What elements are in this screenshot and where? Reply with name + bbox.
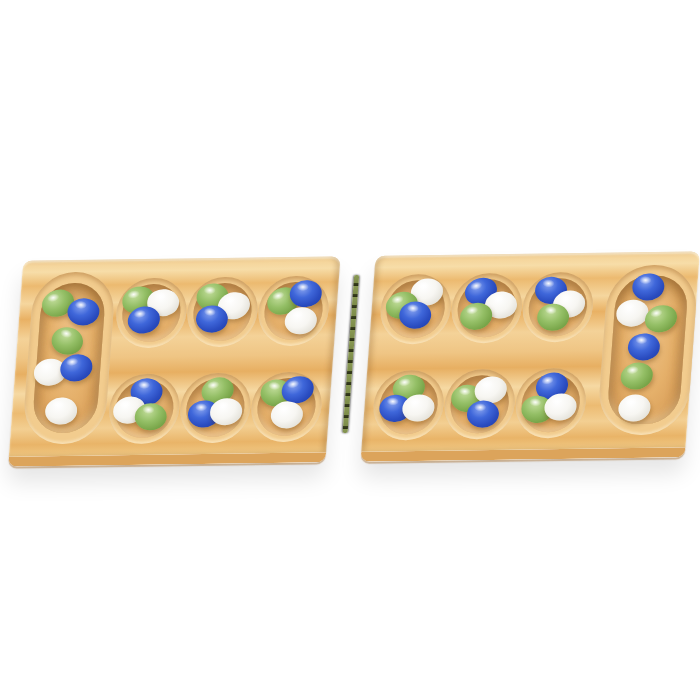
pit-top-6 bbox=[520, 272, 595, 343]
photo-stage bbox=[0, 0, 700, 700]
board-half-left bbox=[8, 256, 340, 466]
pit-bottom-4 bbox=[371, 370, 446, 441]
board-half-right-pit-grid bbox=[371, 272, 595, 441]
pit-bottom-5 bbox=[442, 369, 517, 440]
pit-top-5 bbox=[449, 273, 524, 344]
pit-bottom-2 bbox=[178, 372, 253, 443]
store-right bbox=[596, 264, 699, 435]
pit-top-1 bbox=[114, 277, 189, 348]
pit-bottom-1 bbox=[107, 373, 182, 444]
hinge-pin-icon bbox=[342, 275, 359, 433]
board-half-left-pit-grid bbox=[107, 275, 331, 444]
pit-bottom-3 bbox=[249, 371, 324, 442]
store-left bbox=[22, 271, 117, 444]
pit-bottom-6 bbox=[513, 368, 588, 439]
pit-top-2 bbox=[185, 276, 260, 347]
pit-top-4 bbox=[378, 274, 453, 345]
board-half-right bbox=[360, 251, 700, 462]
mancala-board bbox=[8, 251, 700, 466]
pit-top-3 bbox=[256, 275, 331, 346]
hinge bbox=[338, 256, 364, 452]
